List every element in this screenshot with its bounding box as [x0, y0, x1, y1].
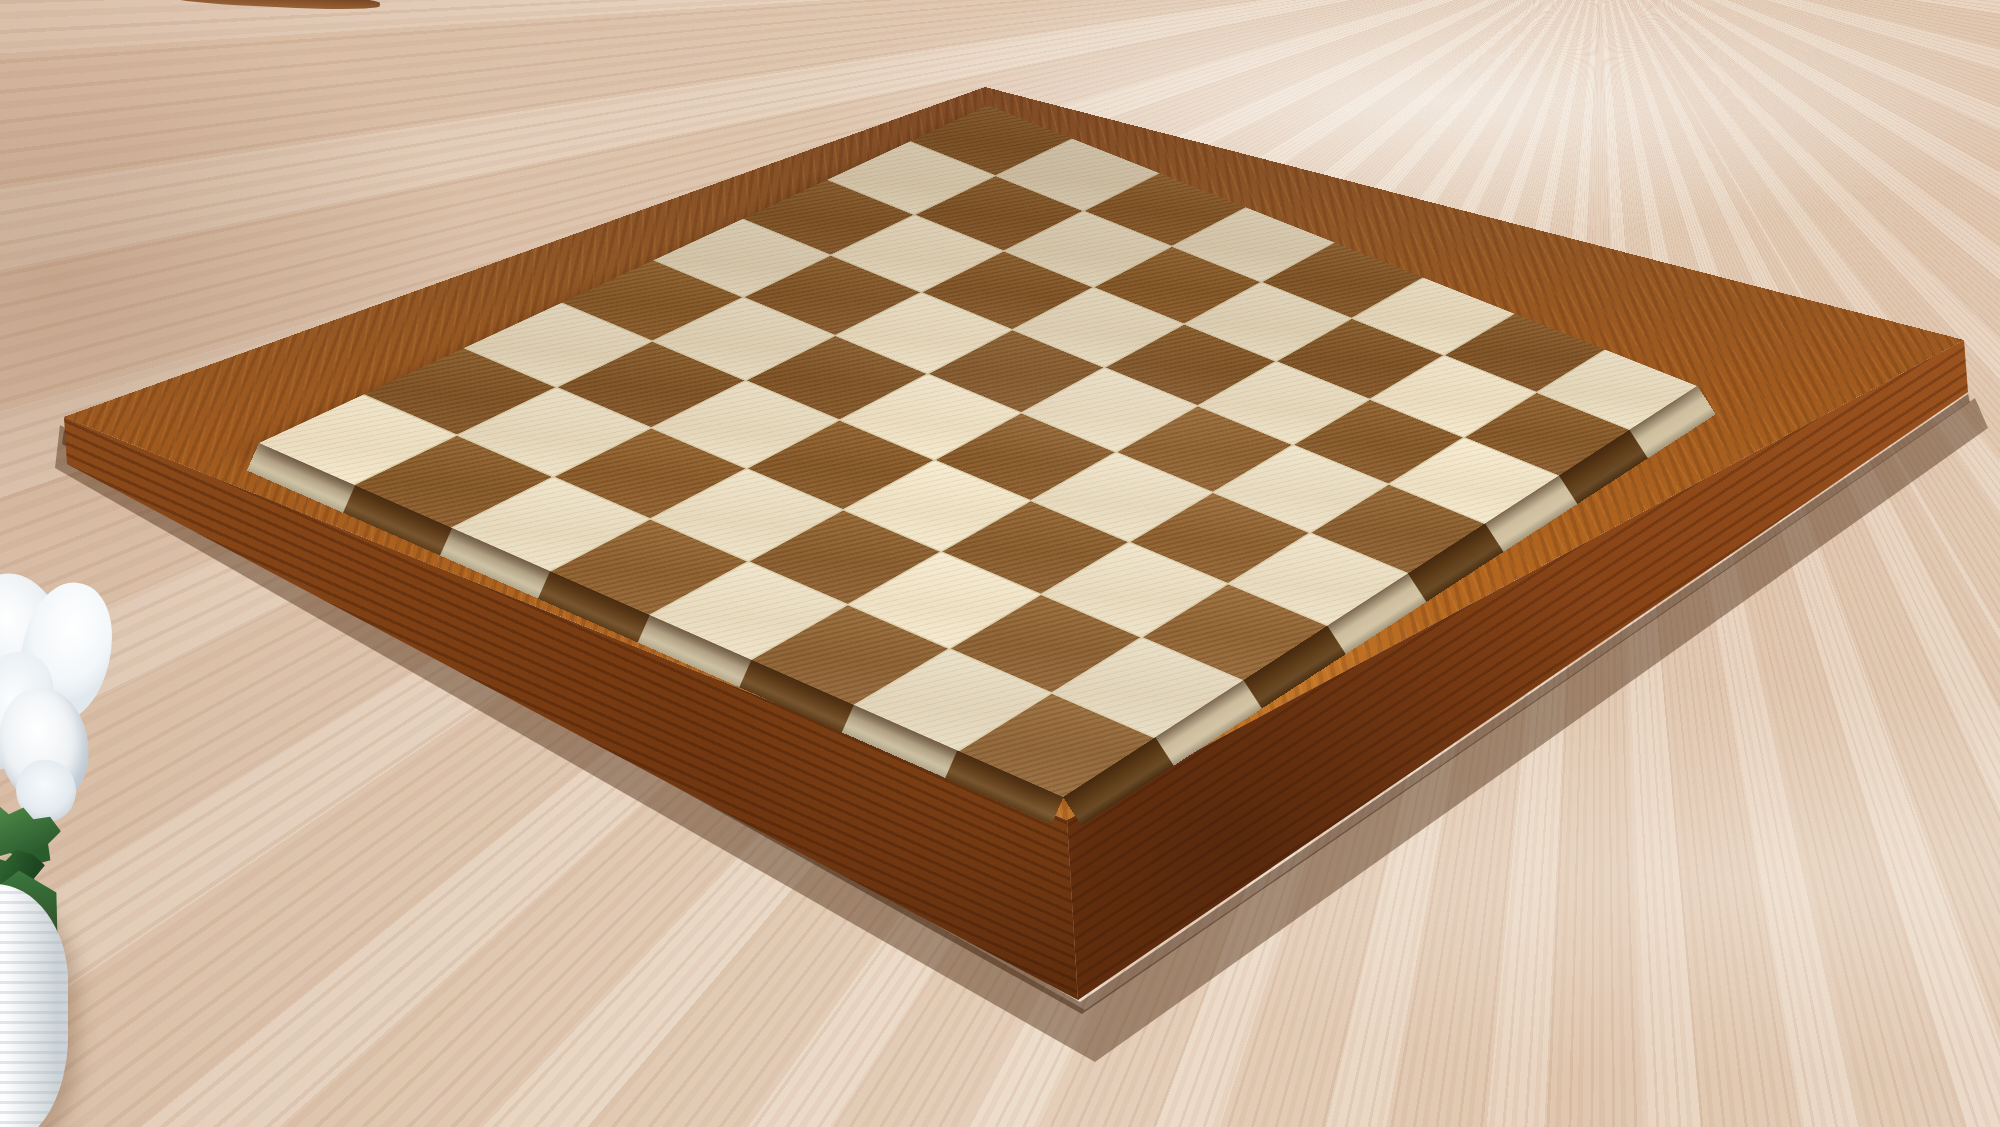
photo-empty-chessboard: { "game": "chess", "description": "Overh…	[0, 0, 2000, 1127]
